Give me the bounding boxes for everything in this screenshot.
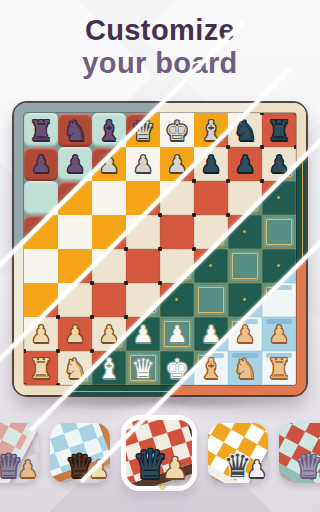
black-bishop: ♝ [97,117,121,144]
square-a4 [24,249,58,283]
square-b8: ♞ [58,113,92,147]
black-pawn: ♟ [65,153,86,176]
thumbnail-pawn-piece: ♟ [246,458,267,481]
square-h2: ♟ [262,317,296,351]
chess-board-preview: ✦ ♜♞♝♛♚♝♞♜♟♟♟♟♟♟♟♟♟♟♟♟♟♟♟♟♜♞♝♛♚♝♞♜♜♞♝♛♚♝… [14,103,306,395]
white-pawn: ♟ [269,323,290,346]
square-a7: ♟ [24,147,58,181]
black-rook: ♜ [267,117,291,144]
page-title: Customize your board [0,14,320,80]
square-f6 [194,181,228,215]
square-a8: ♜ [24,113,58,147]
square-g1: ♞ [228,351,262,385]
gold-sparkle-icon: ✦ [158,481,167,494]
square-a1: ♜ [24,351,58,385]
white-pawn: ♟ [65,323,86,346]
thumbnail-queen-piece: ♛ [294,450,320,482]
square-h5 [262,215,296,249]
square-h1: ♜ [262,351,296,385]
square-d4 [126,249,160,283]
square-d7: ♟ [126,147,160,181]
square-g4 [228,249,262,283]
black-knight: ♞ [63,117,87,144]
black-pawn: ♟ [31,153,52,176]
white-rook: ♜ [29,355,53,382]
black-pawn: ♟ [133,153,154,176]
title-line-2: your board [0,47,320,80]
theme-thumbnail-marigold[interactable]: ♛♟ [208,423,268,483]
thumbnail-pawn-piece: ♟ [162,454,188,483]
theme-thumbnail-wooden-blue[interactable]: ♛♟ [50,423,110,483]
square-b2: ♟ [58,317,92,351]
square-e2: ♟ [160,317,194,351]
square-e5 [160,215,194,249]
theme-thumbnail-mint-red[interactable]: ♛♟ [279,423,320,483]
black-pawn: ♟ [235,153,256,176]
square-c3 [92,283,126,317]
square-d1: ♛ [126,351,160,385]
customize-board-screen: Customize your board ✦ ♜♞♝♛♚♝♞♜♟♟♟♟♟♟♟♟♟… [0,0,320,512]
white-knight: ♞ [233,355,257,382]
square-f3 [194,283,228,317]
black-rook: ♜ [29,117,53,144]
square-c6 [92,181,126,215]
square-b5 [58,215,92,249]
title-line-1: Customize [0,14,320,47]
white-pawn: ♟ [167,323,188,346]
square-g7: ♟ [228,147,262,181]
black-king: ♚ [165,117,189,144]
theme-thumbnail-pastel[interactable]: ♛♟ [0,423,39,483]
square-e8: ♚ [160,113,194,147]
thumbnail-pawn-piece: ♟ [17,458,38,481]
square-h8: ♜ [262,113,296,147]
white-rook: ♜ [267,355,291,382]
white-queen: ♛ [131,355,155,382]
